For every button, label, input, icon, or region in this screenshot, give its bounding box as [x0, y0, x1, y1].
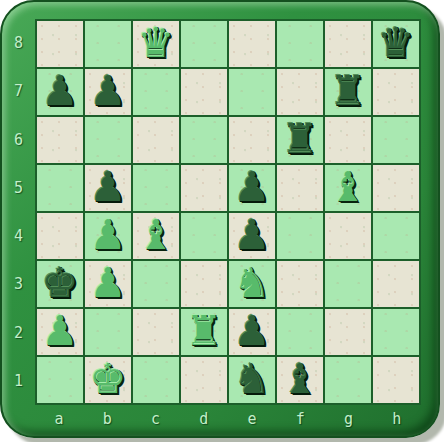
square-h7[interactable]: [372, 68, 420, 116]
rank-label-1: 1: [2, 357, 35, 405]
square-g8[interactable]: [324, 20, 372, 68]
square-b3[interactable]: ♟: [84, 260, 132, 308]
square-g1[interactable]: [324, 356, 372, 404]
piece-black-pawn[interactable]: ♟: [90, 68, 127, 114]
square-h5[interactable]: [372, 164, 420, 212]
piece-black-pawn[interactable]: ♟: [234, 308, 271, 354]
file-label-e: e: [228, 405, 276, 433]
board-frame: 87654321 ♛♛♟♟♜♜♟♟♝♟♝♟♚♟♞♟♜♟♚♞♝ abcdefgh: [0, 0, 440, 438]
square-b1[interactable]: ♚: [84, 356, 132, 404]
square-h6[interactable]: [372, 116, 420, 164]
rank-label-7: 7: [2, 67, 35, 115]
piece-black-king[interactable]: ♚: [42, 260, 79, 306]
square-g3[interactable]: [324, 260, 372, 308]
square-b7[interactable]: ♟: [84, 68, 132, 116]
square-e1[interactable]: ♞: [228, 356, 276, 404]
piece-white-pawn[interactable]: ♟: [90, 260, 127, 306]
rank-label-2: 2: [2, 309, 35, 357]
square-f2[interactable]: [276, 308, 324, 356]
piece-black-knight[interactable]: ♞: [234, 356, 271, 402]
square-c8[interactable]: ♛: [132, 20, 180, 68]
rank-label-8: 8: [2, 19, 35, 67]
square-g5[interactable]: ♝: [324, 164, 372, 212]
rank-label-4: 4: [2, 212, 35, 260]
piece-white-rook[interactable]: ♜: [186, 308, 223, 354]
piece-white-bishop[interactable]: ♝: [330, 164, 367, 210]
square-g2[interactable]: [324, 308, 372, 356]
square-b6[interactable]: [84, 116, 132, 164]
square-f1[interactable]: ♝: [276, 356, 324, 404]
square-e3[interactable]: ♞: [228, 260, 276, 308]
square-b5[interactable]: ♟: [84, 164, 132, 212]
square-d5[interactable]: [180, 164, 228, 212]
file-label-d: d: [180, 405, 228, 433]
file-label-f: f: [276, 405, 324, 433]
piece-white-queen[interactable]: ♛: [138, 20, 175, 66]
square-g4[interactable]: [324, 212, 372, 260]
square-g7[interactable]: ♜: [324, 68, 372, 116]
square-a8[interactable]: [36, 20, 84, 68]
piece-white-bishop[interactable]: ♝: [138, 212, 175, 258]
square-e4[interactable]: ♟: [228, 212, 276, 260]
square-c7[interactable]: [132, 68, 180, 116]
square-c3[interactable]: [132, 260, 180, 308]
square-d2[interactable]: ♜: [180, 308, 228, 356]
square-d4[interactable]: [180, 212, 228, 260]
file-label-b: b: [83, 405, 131, 433]
square-a4[interactable]: [36, 212, 84, 260]
square-c6[interactable]: [132, 116, 180, 164]
rank-label-3: 3: [2, 260, 35, 308]
square-e7[interactable]: [228, 68, 276, 116]
square-a2[interactable]: ♟: [36, 308, 84, 356]
square-f4[interactable]: [276, 212, 324, 260]
piece-black-queen[interactable]: ♛: [378, 20, 415, 66]
piece-white-pawn[interactable]: ♟: [90, 212, 127, 258]
file-label-c: c: [132, 405, 180, 433]
square-h8[interactable]: ♛: [372, 20, 420, 68]
square-a1[interactable]: [36, 356, 84, 404]
rank-label-5: 5: [2, 164, 35, 212]
square-d1[interactable]: [180, 356, 228, 404]
square-f6[interactable]: ♜: [276, 116, 324, 164]
rank-label-6: 6: [2, 116, 35, 164]
square-d3[interactable]: [180, 260, 228, 308]
square-a5[interactable]: [36, 164, 84, 212]
file-labels: abcdefgh: [35, 405, 421, 433]
piece-black-rook[interactable]: ♜: [282, 116, 319, 162]
rank-labels: 87654321: [2, 19, 35, 405]
piece-black-bishop[interactable]: ♝: [282, 356, 319, 402]
square-e6[interactable]: [228, 116, 276, 164]
square-d7[interactable]: [180, 68, 228, 116]
square-a3[interactable]: ♚: [36, 260, 84, 308]
file-label-g: g: [325, 405, 373, 433]
square-d8[interactable]: [180, 20, 228, 68]
piece-black-pawn[interactable]: ♟: [234, 164, 271, 210]
chess-board: ♛♛♟♟♜♜♟♟♝♟♝♟♚♟♞♟♜♟♚♞♝: [35, 19, 421, 405]
square-f5[interactable]: [276, 164, 324, 212]
square-h1[interactable]: [372, 356, 420, 404]
square-a6[interactable]: [36, 116, 84, 164]
square-e2[interactable]: ♟: [228, 308, 276, 356]
square-a7[interactable]: ♟: [36, 68, 84, 116]
piece-white-knight[interactable]: ♞: [234, 260, 271, 306]
square-b8[interactable]: [84, 20, 132, 68]
piece-white-king[interactable]: ♚: [90, 356, 127, 402]
square-e5[interactable]: ♟: [228, 164, 276, 212]
square-b4[interactable]: ♟: [84, 212, 132, 260]
square-d6[interactable]: [180, 116, 228, 164]
square-g6[interactable]: [324, 116, 372, 164]
piece-black-pawn[interactable]: ♟: [90, 164, 127, 210]
square-e8[interactable]: [228, 20, 276, 68]
piece-black-pawn[interactable]: ♟: [234, 212, 271, 258]
piece-white-pawn[interactable]: ♟: [42, 308, 79, 354]
square-h3[interactable]: [372, 260, 420, 308]
square-h4[interactable]: [372, 212, 420, 260]
file-label-a: a: [35, 405, 83, 433]
square-f8[interactable]: [276, 20, 324, 68]
chess-app-window: 87654321 ♛♛♟♟♜♜♟♟♝♟♝♟♚♟♞♟♜♟♚♞♝ abcdefgh: [0, 0, 444, 442]
square-c4[interactable]: ♝: [132, 212, 180, 260]
square-b2[interactable]: [84, 308, 132, 356]
square-f3[interactable]: [276, 260, 324, 308]
piece-black-pawn[interactable]: ♟: [42, 68, 79, 114]
piece-black-rook[interactable]: ♜: [330, 68, 367, 114]
square-f7[interactable]: [276, 68, 324, 116]
file-label-h: h: [373, 405, 421, 433]
square-c2[interactable]: [132, 308, 180, 356]
square-c5[interactable]: [132, 164, 180, 212]
square-h2[interactable]: [372, 308, 420, 356]
square-c1[interactable]: [132, 356, 180, 404]
